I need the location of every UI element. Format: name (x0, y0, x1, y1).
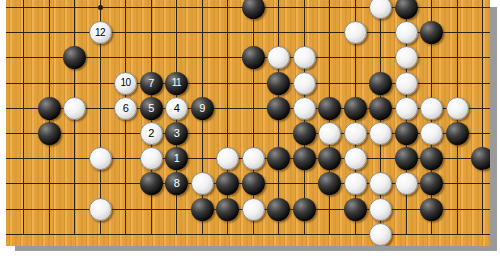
stone-black (420, 172, 443, 195)
stone-black (216, 198, 239, 221)
stone-black (446, 122, 469, 145)
stone-black (38, 122, 61, 145)
point-c11-r7[interactable] (266, 146, 292, 171)
point-c10-r2[interactable] (240, 20, 266, 45)
point-c4-r1[interactable] (87, 0, 113, 20)
point-c10-r10[interactable] (240, 222, 266, 246)
stone-black (318, 97, 341, 120)
point-c16-r7[interactable] (393, 146, 419, 171)
point-c7-r3[interactable] (164, 45, 190, 70)
stone-white (63, 97, 86, 120)
stone-black (318, 147, 341, 170)
point-c10-r4[interactable] (240, 70, 266, 95)
point-c9-r8[interactable] (215, 171, 241, 196)
point-c4-r6[interactable] (87, 121, 113, 146)
point-c6-r10[interactable] (138, 222, 164, 246)
point-c11-r2[interactable] (266, 20, 292, 45)
stone-black-move-1: 1 (165, 147, 188, 170)
point-c17-r5[interactable] (419, 96, 445, 121)
point-c1-r3[interactable] (11, 45, 37, 70)
point-c14-r10[interactable] (342, 222, 368, 246)
stone-white (420, 122, 443, 145)
point-c1-r5[interactable] (11, 96, 37, 121)
point-c5-r5[interactable]: 6 (113, 96, 139, 121)
point-c14-r8[interactable] (342, 171, 368, 196)
point-c13-r5[interactable] (317, 96, 343, 121)
stone-black-move-11: 11 (165, 72, 188, 95)
move-number-label: 1 (174, 153, 180, 164)
point-c11-r6[interactable] (266, 121, 292, 146)
point-c10-r9[interactable] (240, 196, 266, 221)
point-c17-r2[interactable] (419, 20, 445, 45)
point-c8-r8[interactable] (189, 171, 215, 196)
point-c19-r1[interactable] (470, 0, 490, 20)
point-c6-r3[interactable] (138, 45, 164, 70)
point-c17-r6[interactable] (419, 121, 445, 146)
point-c19-r6[interactable] (470, 121, 490, 146)
point-c3-r2[interactable] (62, 20, 88, 45)
point-c2-r4[interactable] (36, 70, 62, 95)
point-c1-r7[interactable] (11, 146, 37, 171)
stone-white (242, 147, 265, 170)
point-c1-r2[interactable] (11, 20, 37, 45)
stone-black (242, 46, 265, 69)
point-c3-r3[interactable] (62, 45, 88, 70)
point-c3-r7[interactable] (62, 146, 88, 171)
stone-white (344, 122, 367, 145)
point-c4-r8[interactable] (87, 171, 113, 196)
point-c13-r3[interactable] (317, 45, 343, 70)
point-c13-r1[interactable] (317, 0, 343, 20)
stone-white (369, 172, 392, 195)
point-c15-r6[interactable] (368, 121, 394, 146)
point-c16-r5[interactable] (393, 96, 419, 121)
stone-black (293, 147, 316, 170)
point-c12-r6[interactable] (291, 121, 317, 146)
stone-black (420, 147, 443, 170)
point-c14-r7[interactable] (342, 146, 368, 171)
move-number-label: 4 (174, 103, 180, 114)
point-c6-r2[interactable] (138, 20, 164, 45)
point-c14-r1[interactable] (342, 0, 368, 20)
point-c2-r10[interactable] (36, 222, 62, 246)
point-c7-r5[interactable]: 4 (164, 96, 190, 121)
stone-black (267, 147, 290, 170)
stone-black (242, 0, 265, 19)
point-c11-r8[interactable] (266, 171, 292, 196)
move-number-label: 10 (120, 78, 130, 88)
point-c11-r9[interactable] (266, 196, 292, 221)
point-c17-r3[interactable] (419, 45, 445, 70)
point-c19-r2[interactable] (470, 20, 490, 45)
stone-white (369, 223, 392, 246)
point-c17-r4[interactable] (419, 70, 445, 95)
point-c16-r9[interactable] (393, 196, 419, 221)
point-c3-r8[interactable] (62, 171, 88, 196)
point-c10-r8[interactable] (240, 171, 266, 196)
point-c15-r9[interactable] (368, 196, 394, 221)
stone-black-move-9: 9 (191, 97, 214, 120)
point-c4-r3[interactable] (87, 45, 113, 70)
point-c17-r10[interactable] (419, 222, 445, 246)
stone-white (344, 147, 367, 170)
point-c12-r10[interactable] (291, 222, 317, 246)
point-c18-r10[interactable] (444, 222, 470, 246)
stone-black (369, 97, 392, 120)
point-c8-r1[interactable] (189, 0, 215, 20)
stone-white (293, 46, 316, 69)
move-number-label: 3 (174, 128, 180, 139)
stone-black-move-8: 8 (165, 172, 188, 195)
point-c10-r3[interactable] (240, 45, 266, 70)
point-c3-r1[interactable] (62, 0, 88, 20)
point-c2-r7[interactable] (36, 146, 62, 171)
stone-black-move-3: 3 (165, 122, 188, 145)
stone-black (395, 147, 418, 170)
stone-white (191, 172, 214, 195)
point-c18-r9[interactable] (444, 196, 470, 221)
point-c16-r1[interactable] (393, 0, 419, 20)
point-c14-r9[interactable] (342, 196, 368, 221)
point-c9-r4[interactable] (215, 70, 241, 95)
point-c1-r9[interactable] (11, 196, 37, 221)
stone-white (395, 21, 418, 44)
point-c9-r7[interactable] (215, 146, 241, 171)
point-c6-r1[interactable] (138, 0, 164, 20)
point-c8-r10[interactable] (189, 222, 215, 246)
stone-white (267, 46, 290, 69)
stone-black (395, 0, 418, 19)
point-c5-r10[interactable] (113, 222, 139, 246)
point-c16-r6[interactable] (393, 121, 419, 146)
point-c4-r5[interactable] (87, 96, 113, 121)
point-c17-r9[interactable] (419, 196, 445, 221)
stone-black (293, 198, 316, 221)
point-c13-r8[interactable] (317, 171, 343, 196)
goban-grid: 121071165492318 (11, 0, 490, 246)
point-c18-r8[interactable] (444, 171, 470, 196)
point-c2-r9[interactable] (36, 196, 62, 221)
point-c7-r6[interactable]: 3 (164, 121, 190, 146)
point-c11-r1[interactable] (266, 0, 292, 20)
stone-white (369, 122, 392, 145)
point-c7-r8[interactable]: 8 (164, 171, 190, 196)
stone-black (369, 72, 392, 95)
point-c2-r5[interactable] (36, 96, 62, 121)
stone-white (420, 97, 443, 120)
point-c5-r8[interactable] (113, 171, 139, 196)
point-c17-r8[interactable] (419, 171, 445, 196)
point-c6-r5[interactable]: 5 (138, 96, 164, 121)
stone-white (216, 147, 239, 170)
stone-black (191, 198, 214, 221)
point-c16-r3[interactable] (393, 45, 419, 70)
point-c5-r9[interactable] (113, 196, 139, 221)
point-c14-r4[interactable] (342, 70, 368, 95)
point-c3-r10[interactable] (62, 222, 88, 246)
stone-black (267, 198, 290, 221)
stone-white (395, 72, 418, 95)
point-c15-r8[interactable] (368, 171, 394, 196)
stone-white-move-10: 10 (114, 72, 137, 95)
star-point (98, 5, 103, 10)
point-c12-r9[interactable] (291, 196, 317, 221)
point-c5-r3[interactable] (113, 45, 139, 70)
point-c8-r7[interactable] (189, 146, 215, 171)
point-c19-r7[interactable] (470, 146, 490, 171)
move-number-label: 12 (95, 28, 105, 38)
point-c3-r9[interactable] (62, 196, 88, 221)
point-c12-r3[interactable] (291, 45, 317, 70)
point-c16-r10[interactable] (393, 222, 419, 246)
point-c18-r2[interactable] (444, 20, 470, 45)
point-c15-r10[interactable] (368, 222, 394, 246)
point-c17-r7[interactable] (419, 146, 445, 171)
stone-black (140, 172, 163, 195)
point-c6-r7[interactable] (138, 146, 164, 171)
point-c10-r5[interactable] (240, 96, 266, 121)
point-c11-r5[interactable] (266, 96, 292, 121)
point-c13-r10[interactable] (317, 222, 343, 246)
point-c13-r7[interactable] (317, 146, 343, 171)
point-c2-r8[interactable] (36, 171, 62, 196)
stone-black (344, 97, 367, 120)
point-c7-r1[interactable] (164, 0, 190, 20)
stone-white (395, 46, 418, 69)
point-c12-r4[interactable] (291, 70, 317, 95)
stone-white (344, 172, 367, 195)
point-c8-r4[interactable] (189, 70, 215, 95)
point-c1-r6[interactable] (11, 121, 37, 146)
point-c2-r1[interactable] (36, 0, 62, 20)
point-c6-r9[interactable] (138, 196, 164, 221)
stone-black (216, 172, 239, 195)
point-c4-r9[interactable] (87, 196, 113, 221)
stone-black (344, 198, 367, 221)
point-c9-r2[interactable] (215, 20, 241, 45)
point-c7-r10[interactable] (164, 222, 190, 246)
point-c5-r7[interactable] (113, 146, 139, 171)
stone-black (420, 21, 443, 44)
point-c9-r1[interactable] (215, 0, 241, 20)
point-c6-r8[interactable] (138, 171, 164, 196)
point-c19-r8[interactable] (470, 171, 490, 196)
point-c18-r1[interactable] (444, 0, 470, 20)
point-c13-r4[interactable] (317, 70, 343, 95)
point-c7-r9[interactable] (164, 196, 190, 221)
point-c1-r10[interactable] (11, 222, 37, 246)
point-c16-r2[interactable] (393, 20, 419, 45)
point-c13-r2[interactable] (317, 20, 343, 45)
stone-black-move-5: 5 (140, 97, 163, 120)
point-c14-r6[interactable] (342, 121, 368, 146)
point-c9-r6[interactable] (215, 121, 241, 146)
point-c2-r2[interactable] (36, 20, 62, 45)
point-c8-r3[interactable] (189, 45, 215, 70)
stone-black (63, 46, 86, 69)
point-c18-r3[interactable] (444, 45, 470, 70)
stone-white (446, 97, 469, 120)
point-c18-r5[interactable] (444, 96, 470, 121)
move-number-label: 8 (174, 178, 180, 189)
point-c5-r2[interactable] (113, 20, 139, 45)
point-c18-r6[interactable] (444, 121, 470, 146)
point-c5-r1[interactable] (113, 0, 139, 20)
point-c15-r5[interactable] (368, 96, 394, 121)
stone-white (318, 122, 341, 145)
point-c16-r4[interactable] (393, 70, 419, 95)
stone-white (293, 97, 316, 120)
move-number-label: 7 (148, 78, 154, 89)
point-c15-r1[interactable] (368, 0, 394, 20)
stone-black (267, 72, 290, 95)
stone-white (140, 147, 163, 170)
point-c3-r4[interactable] (62, 70, 88, 95)
point-c12-r5[interactable] (291, 96, 317, 121)
stone-white-move-6: 6 (114, 97, 137, 120)
point-c15-r3[interactable] (368, 45, 394, 70)
point-c8-r2[interactable] (189, 20, 215, 45)
stone-black-move-7: 7 (140, 72, 163, 95)
point-c19-r5[interactable] (470, 96, 490, 121)
point-c1-r1[interactable] (11, 0, 37, 20)
point-c6-r6[interactable]: 2 (138, 121, 164, 146)
point-c19-r10[interactable] (470, 222, 490, 246)
point-c10-r6[interactable] (240, 121, 266, 146)
move-number-label: 9 (199, 103, 205, 114)
stone-black (471, 147, 490, 170)
point-c12-r8[interactable] (291, 171, 317, 196)
point-c12-r2[interactable] (291, 20, 317, 45)
point-c5-r6[interactable] (113, 121, 139, 146)
stone-white-move-12: 12 (89, 21, 112, 44)
point-c8-r6[interactable] (189, 121, 215, 146)
point-c19-r9[interactable] (470, 196, 490, 221)
point-c15-r7[interactable] (368, 146, 394, 171)
stone-black (420, 198, 443, 221)
stone-black (318, 172, 341, 195)
point-c19-r4[interactable] (470, 70, 490, 95)
point-c14-r2[interactable] (342, 20, 368, 45)
point-c11-r4[interactable] (266, 70, 292, 95)
point-c9-r5[interactable] (215, 96, 241, 121)
point-c9-r3[interactable] (215, 45, 241, 70)
point-c15-r4[interactable] (368, 70, 394, 95)
point-c9-r9[interactable] (215, 196, 241, 221)
stone-white-move-4: 4 (165, 97, 188, 120)
point-c8-r9[interactable] (189, 196, 215, 221)
point-c18-r7[interactable] (444, 146, 470, 171)
point-c19-r3[interactable] (470, 45, 490, 70)
point-c12-r1[interactable] (291, 0, 317, 20)
stone-black (242, 172, 265, 195)
point-c12-r7[interactable] (291, 146, 317, 171)
point-c10-r7[interactable] (240, 146, 266, 171)
stone-white (395, 97, 418, 120)
point-c4-r7[interactable] (87, 146, 113, 171)
stone-white-move-2: 2 (140, 122, 163, 145)
move-number-label: 11 (172, 78, 181, 88)
point-c4-r2[interactable]: 12 (87, 20, 113, 45)
point-c10-r1[interactable] (240, 0, 266, 20)
point-c5-r4[interactable]: 10 (113, 70, 139, 95)
point-c8-r5[interactable]: 9 (189, 96, 215, 121)
move-number-label: 2 (148, 128, 154, 139)
go-diagram: 121071165492318 (0, 0, 500, 260)
point-c7-r2[interactable] (164, 20, 190, 45)
stone-white (242, 198, 265, 221)
point-c11-r10[interactable] (266, 222, 292, 246)
point-c16-r8[interactable] (393, 171, 419, 196)
point-c7-r4[interactable]: 11 (164, 70, 190, 95)
point-c13-r9[interactable] (317, 196, 343, 221)
stone-white (89, 147, 112, 170)
stone-white (395, 172, 418, 195)
point-c18-r4[interactable] (444, 70, 470, 95)
move-number-label: 5 (148, 103, 154, 114)
point-c2-r3[interactable] (36, 45, 62, 70)
stone-white (369, 198, 392, 221)
point-c17-r1[interactable] (419, 0, 445, 20)
point-c13-r6[interactable] (317, 121, 343, 146)
point-c15-r2[interactable] (368, 20, 394, 45)
go-board[interactable]: 121071165492318 (6, 0, 490, 246)
point-c14-r3[interactable] (342, 45, 368, 70)
move-number-label: 6 (123, 103, 129, 114)
stone-black (267, 97, 290, 120)
point-c3-r6[interactable] (62, 121, 88, 146)
point-c4-r10[interactable] (87, 222, 113, 246)
point-c11-r3[interactable] (266, 45, 292, 70)
point-c2-r6[interactable] (36, 121, 62, 146)
point-c9-r10[interactable] (215, 222, 241, 246)
point-c14-r5[interactable] (342, 96, 368, 121)
stone-black (293, 122, 316, 145)
stone-white (369, 0, 392, 19)
point-c7-r7[interactable]: 1 (164, 146, 190, 171)
point-c1-r4[interactable] (11, 70, 37, 95)
stone-black (395, 122, 418, 145)
stone-black (38, 97, 61, 120)
stone-white (344, 21, 367, 44)
point-c1-r8[interactable] (11, 171, 37, 196)
point-c6-r4[interactable]: 7 (138, 70, 164, 95)
stone-white (89, 198, 112, 221)
stone-white (293, 72, 316, 95)
point-c4-r4[interactable] (87, 70, 113, 95)
point-c3-r5[interactable] (62, 96, 88, 121)
